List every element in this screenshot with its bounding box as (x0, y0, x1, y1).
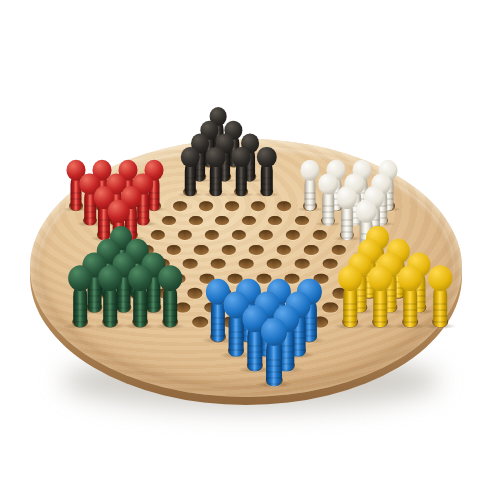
board-hole[interactable] (187, 288, 202, 299)
peg-head (398, 265, 422, 291)
board-hole[interactable] (199, 201, 213, 211)
peg-black[interactable] (180, 147, 200, 196)
peg-head (338, 265, 362, 291)
peg-head (98, 265, 122, 291)
board-hole[interactable] (221, 244, 236, 254)
board-hole[interactable] (268, 216, 282, 226)
board-hole[interactable] (331, 244, 346, 254)
board-hole[interactable] (259, 230, 273, 240)
board-hole[interactable] (162, 216, 176, 226)
peg-green[interactable] (67, 265, 93, 327)
peg-yellow[interactable] (337, 265, 363, 327)
peg-head (368, 265, 392, 291)
board-hole[interactable] (304, 244, 319, 254)
board-hole[interactable] (277, 201, 291, 211)
board-hole[interactable] (215, 216, 229, 226)
board-hole[interactable] (225, 201, 239, 211)
board-hole[interactable] (295, 216, 309, 226)
peg-black[interactable] (257, 147, 277, 196)
peg-green[interactable] (127, 265, 153, 327)
board-hole[interactable] (276, 244, 291, 254)
board-hole[interactable] (323, 259, 338, 269)
board-hole[interactable] (313, 230, 327, 240)
board-play-area (0, 0, 500, 500)
peg-yellow[interactable] (367, 265, 393, 327)
board-hole[interactable] (295, 259, 310, 269)
peg-head (232, 147, 251, 168)
board-hole[interactable] (166, 244, 181, 254)
peg-head (257, 147, 276, 168)
board-hole[interactable] (183, 259, 198, 269)
board-hole[interactable] (205, 230, 219, 240)
peg-yellow[interactable] (427, 265, 453, 327)
peg-head (68, 265, 92, 291)
peg-head (108, 199, 129, 222)
board-hole[interactable] (323, 302, 338, 313)
peg-head (261, 318, 287, 346)
peg-green[interactable] (97, 265, 123, 327)
peg-head (428, 265, 452, 291)
peg-black[interactable] (231, 147, 251, 196)
board-hole[interactable] (251, 201, 265, 211)
peg-black[interactable] (206, 147, 226, 196)
board-hole[interactable] (232, 230, 246, 240)
board-hole[interactable] (267, 259, 282, 269)
board-hole[interactable] (189, 216, 203, 226)
board-hole[interactable] (239, 259, 254, 269)
board-hole[interactable] (173, 201, 187, 211)
board-hole[interactable] (151, 230, 165, 240)
board-hole[interactable] (178, 230, 192, 240)
peg-head (356, 199, 377, 222)
peg-blue[interactable] (260, 318, 288, 386)
peg-green[interactable] (157, 265, 183, 327)
board-hole[interactable] (286, 230, 300, 240)
board-hole[interactable] (242, 216, 256, 226)
board-hole[interactable] (249, 244, 264, 254)
peg-head (181, 147, 200, 168)
peg-head (128, 265, 152, 291)
chinese-checkers-photo (0, 0, 500, 500)
board-hole[interactable] (211, 259, 226, 269)
board-hole[interactable] (194, 244, 209, 254)
peg-yellow[interactable] (397, 265, 423, 327)
peg-head (206, 147, 225, 168)
peg-head (158, 265, 182, 291)
